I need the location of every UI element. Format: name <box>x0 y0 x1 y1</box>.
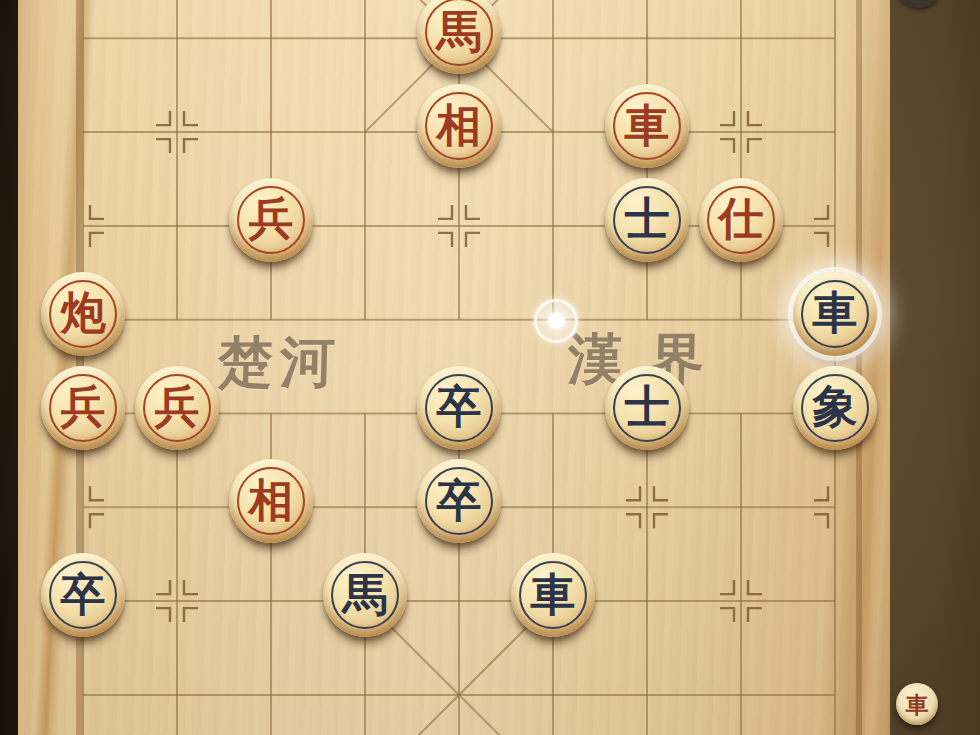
piece-glyph: 士 <box>625 384 670 429</box>
piece-glyph: 馬 <box>343 572 388 617</box>
move-indicator-core <box>548 312 565 329</box>
piece-glyph: 車 <box>813 290 858 335</box>
piece-glyph: 車 <box>531 572 576 617</box>
piece-red-elephant[interactable]: 相 <box>229 459 313 543</box>
piece-glyph: 士 <box>625 196 670 241</box>
piece-glyph: 卒 <box>61 572 106 617</box>
piece-glyph: 卒 <box>437 478 482 523</box>
piece-black-pawn[interactable]: 卒 <box>417 366 501 450</box>
piece-black-advisor[interactable]: 士 <box>605 366 689 450</box>
piece-red-pawn[interactable]: 兵 <box>229 178 313 262</box>
captured-piece-glyph: 車 <box>906 693 929 716</box>
piece-glyph: 炮 <box>61 290 106 335</box>
piece-glyph: 車 <box>625 103 670 148</box>
piece-black-elephant[interactable]: 象 <box>793 366 877 450</box>
piece-red-chariot[interactable]: 車 <box>605 84 689 168</box>
piece-glyph: 卒 <box>437 384 482 429</box>
piece-black-pawn[interactable]: 卒 <box>41 553 125 637</box>
captured-piece-badge[interactable]: 車 <box>896 683 938 725</box>
piece-glyph: 仕 <box>719 196 764 241</box>
piece-black-pawn[interactable]: 卒 <box>417 459 501 543</box>
river-label-chu-he: 楚河 <box>217 334 342 389</box>
piece-red-cannon[interactable]: 炮 <box>41 272 125 356</box>
piece-glyph: 相 <box>249 478 294 523</box>
piece-glyph: 兵 <box>155 384 200 429</box>
piece-red-elephant[interactable]: 相 <box>417 84 501 168</box>
piece-glyph: 馬 <box>437 9 482 54</box>
piece-black-chariot[interactable]: 車 <box>793 272 877 356</box>
xiangqi-app-screen: 楚河 漢界 馬相車兵士仕炮車兵兵卒士象相卒卒馬車 車 <box>0 0 980 735</box>
piece-black-chariot[interactable]: 車 <box>511 553 595 637</box>
piece-red-pawn[interactable]: 兵 <box>41 366 125 450</box>
piece-glyph: 相 <box>437 103 482 148</box>
piece-glyph: 兵 <box>249 196 294 241</box>
piece-black-horse[interactable]: 馬 <box>323 553 407 637</box>
piece-glyph: 兵 <box>61 384 106 429</box>
piece-black-advisor[interactable]: 士 <box>605 178 689 262</box>
piece-red-pawn[interactable]: 兵 <box>135 366 219 450</box>
piece-glyph: 象 <box>813 384 858 429</box>
piece-red-advisor[interactable]: 仕 <box>699 178 783 262</box>
move-indicator-ring <box>534 299 578 343</box>
